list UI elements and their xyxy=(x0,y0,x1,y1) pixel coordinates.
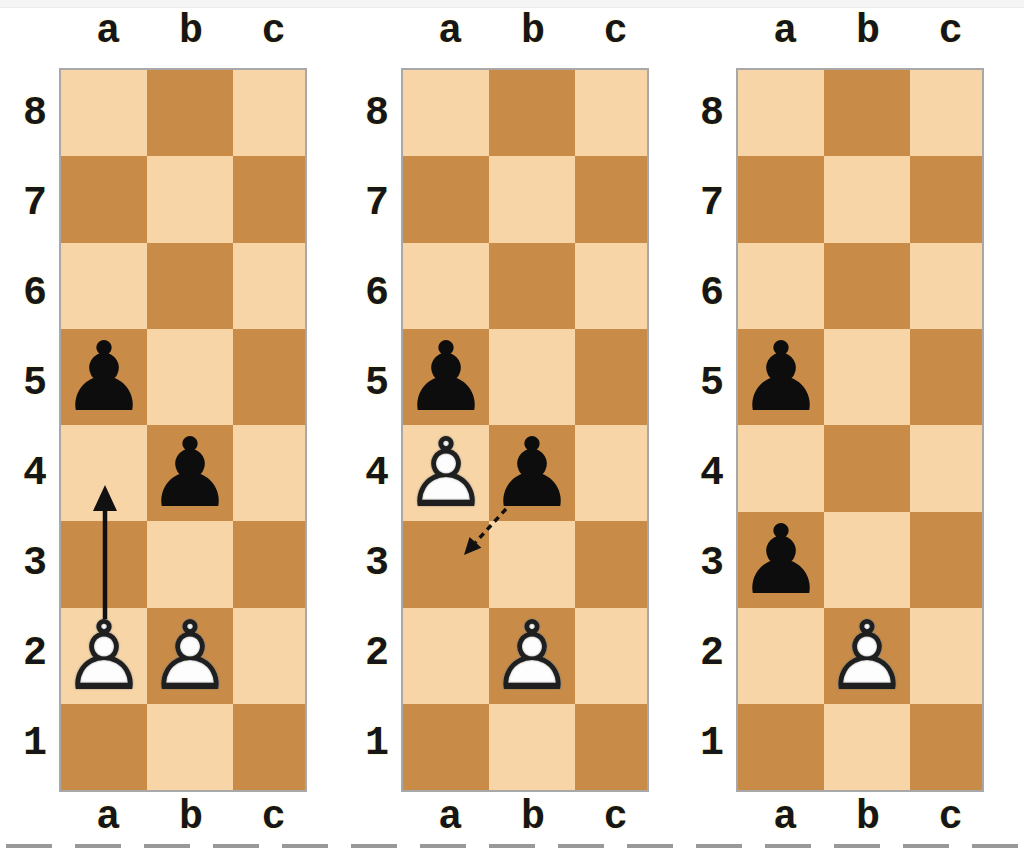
square-b3 xyxy=(824,512,910,608)
rank-label-3: 3 xyxy=(357,518,395,608)
square-a4: ♟♙ xyxy=(403,425,489,521)
rank-labels: 87654321 xyxy=(15,68,53,788)
square-a7 xyxy=(403,156,489,242)
square-a8 xyxy=(403,70,489,156)
square-c6 xyxy=(233,243,305,329)
white-pawn-outline: ♙ xyxy=(61,608,147,704)
square-b2: ♟♙ xyxy=(147,608,233,704)
square-b6 xyxy=(147,243,233,329)
square-c1 xyxy=(910,704,982,790)
square-c5 xyxy=(233,329,305,425)
square-a5: ♟ xyxy=(403,329,489,425)
square-a6 xyxy=(738,243,824,329)
white-pawn: ♟♙ xyxy=(61,608,147,704)
square-c4 xyxy=(575,425,647,521)
page: abc 87654321 ♟♟♟♙♟♙ abc abc 87654321 ♟♟♙… xyxy=(0,0,1024,848)
rank-label-1: 1 xyxy=(692,698,730,788)
square-c6 xyxy=(910,243,982,329)
file-label-b: b xyxy=(492,794,575,840)
file-label-c: c xyxy=(574,794,657,840)
rank-label-3: 3 xyxy=(15,518,53,608)
square-a7 xyxy=(61,156,147,242)
square-c5 xyxy=(575,329,647,425)
square-a3 xyxy=(403,521,489,607)
square-b6 xyxy=(824,243,910,329)
square-c8 xyxy=(575,70,647,156)
black-pawn: ♟ xyxy=(61,329,147,425)
square-c4 xyxy=(233,425,305,521)
square-b4: ♟ xyxy=(147,425,233,521)
white-pawn-outline: ♙ xyxy=(147,608,233,704)
square-c7 xyxy=(233,156,305,242)
rank-label-2: 2 xyxy=(692,608,730,698)
square-a4 xyxy=(61,425,147,521)
black-pawn: ♟ xyxy=(403,329,489,425)
rank-label-6: 6 xyxy=(357,248,395,338)
square-b1 xyxy=(489,704,575,790)
rank-label-4: 4 xyxy=(15,428,53,518)
square-a6 xyxy=(403,243,489,329)
square-c1 xyxy=(575,704,647,790)
square-a2: ♟♙ xyxy=(61,608,147,704)
square-b5 xyxy=(489,329,575,425)
file-label-a: a xyxy=(409,8,492,54)
square-c8 xyxy=(233,70,305,156)
rank-label-1: 1 xyxy=(15,698,53,788)
square-b5 xyxy=(147,329,233,425)
file-label-a: a xyxy=(744,8,827,54)
file-label-a: a xyxy=(67,794,150,840)
square-c7 xyxy=(575,156,647,242)
square-b8 xyxy=(824,70,910,156)
square-c3 xyxy=(233,521,305,607)
square-a8 xyxy=(61,70,147,156)
square-b6 xyxy=(489,243,575,329)
square-b2: ♟♙ xyxy=(824,608,910,704)
square-a5: ♟ xyxy=(61,329,147,425)
square-a3 xyxy=(61,521,147,607)
board-diagram-3: abc 87654321 ♟♟♟♙ abc xyxy=(692,0,982,840)
square-a6 xyxy=(61,243,147,329)
rank-label-8: 8 xyxy=(15,68,53,158)
square-c3 xyxy=(910,512,982,608)
file-labels-top: abc xyxy=(744,8,992,54)
rank-label-8: 8 xyxy=(692,68,730,158)
file-labels-bottom: abc xyxy=(744,794,992,840)
rank-label-6: 6 xyxy=(15,248,53,338)
square-c4 xyxy=(910,425,982,511)
black-pawn: ♟ xyxy=(489,425,575,521)
board-diagram-1: abc 87654321 ♟♟♟♙♟♙ abc xyxy=(15,0,305,840)
rank-label-2: 2 xyxy=(357,608,395,698)
square-b2: ♟♙ xyxy=(489,608,575,704)
file-label-b: b xyxy=(827,794,910,840)
rank-label-4: 4 xyxy=(357,428,395,518)
square-b7 xyxy=(489,156,575,242)
white-pawn-outline: ♙ xyxy=(489,608,575,704)
square-c7 xyxy=(910,156,982,242)
square-a5: ♟ xyxy=(738,329,824,425)
rank-label-7: 7 xyxy=(692,158,730,248)
square-c2 xyxy=(910,608,982,704)
chess-board-1: ♟♟♟♙♟♙ xyxy=(59,68,307,792)
file-labels-bottom: abc xyxy=(67,794,315,840)
file-label-b: b xyxy=(492,8,575,54)
rank-label-5: 5 xyxy=(357,338,395,428)
square-b7 xyxy=(147,156,233,242)
white-pawn: ♟♙ xyxy=(147,608,233,704)
file-labels-bottom: abc xyxy=(409,794,657,840)
square-b4: ♟ xyxy=(489,425,575,521)
rank-label-8: 8 xyxy=(357,68,395,158)
square-a2 xyxy=(738,608,824,704)
square-a3: ♟ xyxy=(738,512,824,608)
square-a7 xyxy=(738,156,824,242)
rank-label-2: 2 xyxy=(15,608,53,698)
black-pawn: ♟ xyxy=(738,329,824,425)
rank-labels: 87654321 xyxy=(692,68,730,788)
rank-label-5: 5 xyxy=(15,338,53,428)
square-c8 xyxy=(910,70,982,156)
white-pawn: ♟♙ xyxy=(403,425,489,521)
rank-label-6: 6 xyxy=(692,248,730,338)
file-labels-top: abc xyxy=(409,8,657,54)
rank-label-7: 7 xyxy=(15,158,53,248)
file-label-b: b xyxy=(827,8,910,54)
file-label-c: c xyxy=(232,8,315,54)
file-label-b: b xyxy=(150,794,233,840)
square-b1 xyxy=(147,704,233,790)
chess-board-2: ♟♟♙♟♟♙ xyxy=(401,68,649,792)
square-c2 xyxy=(575,608,647,704)
square-a1 xyxy=(403,704,489,790)
file-label-a: a xyxy=(409,794,492,840)
rank-label-3: 3 xyxy=(692,518,730,608)
white-pawn-outline: ♙ xyxy=(824,608,910,704)
square-c5 xyxy=(910,329,982,425)
file-label-c: c xyxy=(574,8,657,54)
rank-label-4: 4 xyxy=(692,428,730,518)
square-b5 xyxy=(824,329,910,425)
square-b8 xyxy=(489,70,575,156)
square-a4 xyxy=(738,425,824,511)
square-a1 xyxy=(738,704,824,790)
square-a1 xyxy=(61,704,147,790)
file-label-a: a xyxy=(67,8,150,54)
board-diagram-2: abc 87654321 ♟♟♙♟♟♙ abc xyxy=(357,0,647,840)
file-label-b: b xyxy=(150,8,233,54)
square-c6 xyxy=(575,243,647,329)
file-label-c: c xyxy=(232,794,315,840)
rank-label-7: 7 xyxy=(357,158,395,248)
rank-label-5: 5 xyxy=(692,338,730,428)
square-a8 xyxy=(738,70,824,156)
file-label-c: c xyxy=(909,794,992,840)
rank-label-1: 1 xyxy=(357,698,395,788)
square-a2 xyxy=(403,608,489,704)
square-b1 xyxy=(824,704,910,790)
cropped-content-bottom xyxy=(0,844,1024,848)
file-label-c: c xyxy=(909,8,992,54)
rank-labels: 87654321 xyxy=(357,68,395,788)
black-pawn: ♟ xyxy=(738,512,824,608)
white-pawn: ♟♙ xyxy=(824,608,910,704)
square-c3 xyxy=(575,521,647,607)
square-c1 xyxy=(233,704,305,790)
square-b3 xyxy=(147,521,233,607)
chess-board-3: ♟♟♟♙ xyxy=(736,68,984,792)
white-pawn-outline: ♙ xyxy=(403,425,489,521)
square-b3 xyxy=(489,521,575,607)
square-b7 xyxy=(824,156,910,242)
white-pawn: ♟♙ xyxy=(489,608,575,704)
square-b8 xyxy=(147,70,233,156)
file-label-a: a xyxy=(744,794,827,840)
black-pawn: ♟ xyxy=(147,425,233,521)
file-labels-top: abc xyxy=(67,8,315,54)
square-c2 xyxy=(233,608,305,704)
square-b4 xyxy=(824,425,910,511)
